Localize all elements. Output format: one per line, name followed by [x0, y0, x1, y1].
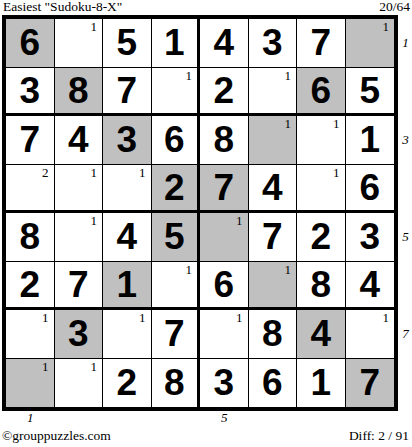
- cell-value: 8: [55, 68, 103, 114]
- puzzle-header: Easiest "Sudoku-8-X" 20/64: [3, 0, 410, 15]
- cell-value: 6: [249, 359, 297, 408]
- cell-r4c4[interactable]: 2: [152, 165, 201, 214]
- cell-r6c4[interactable]: 1: [152, 262, 201, 311]
- cell-r2c7[interactable]: 6: [297, 68, 346, 117]
- cell-value: 3: [249, 19, 297, 67]
- pencil-mark: 1: [91, 214, 98, 227]
- cell-value: 3: [55, 310, 103, 358]
- pencil-mark: 1: [383, 311, 390, 324]
- cell-r2c6[interactable]: 1: [249, 68, 298, 117]
- cell-value: 5: [346, 68, 395, 114]
- pencil-mark: 1: [285, 117, 292, 130]
- cell-r3c1[interactable]: 7: [6, 116, 55, 165]
- cell-value: 4: [200, 19, 248, 67]
- pencil-mark: 1: [91, 166, 98, 179]
- cell-r8c2[interactable]: 1: [55, 359, 104, 408]
- cell-r7c8[interactable]: 1: [346, 310, 395, 359]
- column-coordinate-markers: 15: [2, 411, 398, 426]
- cell-value: 7: [103, 68, 151, 114]
- cell-value: 2: [103, 359, 151, 408]
- cell-r7c1[interactable]: 1: [6, 310, 55, 359]
- pencil-mark: 1: [383, 20, 390, 33]
- cell-value: 8: [249, 310, 297, 358]
- cell-r4c5[interactable]: 7: [200, 165, 249, 214]
- cell-value: 1: [103, 262, 151, 308]
- cell-r8c4[interactable]: 8: [152, 359, 201, 408]
- cell-value: 7: [249, 213, 297, 261]
- pencil-mark: 1: [139, 166, 146, 179]
- cell-r5c4[interactable]: 5: [152, 213, 201, 262]
- cell-value: 4: [249, 165, 297, 211]
- cell-r4c3[interactable]: 1: [103, 165, 152, 214]
- cell-value: 4: [55, 116, 103, 164]
- pencil-mark: 1: [285, 263, 292, 276]
- cell-value: 3: [103, 116, 151, 164]
- cell-r1c3[interactable]: 5: [103, 19, 152, 68]
- cell-value: 2: [6, 262, 54, 308]
- row-marker-5: 5: [399, 213, 412, 262]
- pencil-mark: 1: [236, 214, 243, 227]
- difficulty-label: Diff: 2 / 91: [349, 428, 409, 443]
- cell-value: 7: [6, 116, 54, 164]
- cell-r8c1[interactable]: 1: [6, 359, 55, 408]
- cell-value: 8: [297, 262, 345, 308]
- cell-r3c8[interactable]: 1: [346, 116, 395, 165]
- pencil-mark: 1: [236, 311, 243, 324]
- cell-r6c5[interactable]: 6: [200, 262, 249, 311]
- puzzle-title: Easiest "Sudoku-8-X": [3, 0, 122, 14]
- cell-r3c4[interactable]: 6: [152, 116, 201, 165]
- row-marker-7: 7: [399, 310, 412, 359]
- cell-r8c8[interactable]: 7: [346, 359, 395, 408]
- cell-r7c5[interactable]: 1: [200, 310, 249, 359]
- cell-r3c5[interactable]: 8: [200, 116, 249, 165]
- cell-value: 7: [346, 359, 395, 408]
- cell-r6c2[interactable]: 7: [55, 262, 104, 311]
- cell-value: 7: [297, 19, 345, 67]
- pencil-mark: 1: [186, 263, 193, 276]
- cell-r1c4[interactable]: 1: [152, 19, 201, 68]
- cell-value: 2: [200, 68, 248, 114]
- cell-r7c7[interactable]: 4: [297, 310, 346, 359]
- cell-r3c7[interactable]: 1: [297, 116, 346, 165]
- cell-r1c8[interactable]: 1: [346, 19, 395, 68]
- pencil-mark: 1: [91, 20, 98, 33]
- pencil-mark: 1: [42, 311, 49, 324]
- cell-r1c1[interactable]: 6: [6, 19, 55, 68]
- cell-r2c3[interactable]: 7: [103, 68, 152, 117]
- cell-r8c5[interactable]: 3: [200, 359, 249, 408]
- cell-r4c1[interactable]: 2: [6, 165, 55, 214]
- cell-value: 2: [297, 213, 345, 261]
- cell-value: 4: [103, 213, 151, 261]
- cell-r8c7[interactable]: 1: [297, 359, 346, 408]
- cell-value: 5: [103, 19, 151, 67]
- cell-r8c3[interactable]: 2: [103, 359, 152, 408]
- cell-r2c1[interactable]: 3: [6, 68, 55, 117]
- cell-value: 1: [297, 359, 345, 408]
- pencil-mark: 1: [91, 360, 98, 373]
- cell-value: 8: [152, 359, 198, 408]
- cell-value: 6: [200, 262, 248, 308]
- cell-value: 7: [55, 262, 103, 308]
- cell-value: 3: [200, 359, 248, 408]
- cell-value: 8: [6, 213, 54, 261]
- cell-r4c8[interactable]: 6: [346, 165, 395, 214]
- cell-r5c3[interactable]: 4: [103, 213, 152, 262]
- sudoku-board: 6151437138712165743681112112741681451723…: [2, 15, 398, 411]
- column-marker-5: 5: [200, 411, 249, 426]
- cell-r2c5[interactable]: 2: [200, 68, 249, 117]
- cell-r5c5[interactable]: 1: [200, 213, 249, 262]
- cell-r5c6[interactable]: 7: [249, 213, 298, 262]
- cell-r7c3[interactable]: 1: [103, 310, 152, 359]
- pencil-mark: 1: [42, 360, 49, 373]
- puzzle-footer: ©grouppuzzles.com Diff: 2 / 91: [2, 428, 409, 445]
- cell-value: 7: [200, 165, 248, 211]
- cell-r7c2[interactable]: 3: [55, 310, 104, 359]
- column-marker-1: 1: [6, 411, 55, 426]
- site-credit: ©grouppuzzles.com: [2, 428, 111, 443]
- cell-r3c3[interactable]: 3: [103, 116, 152, 165]
- cell-r5c7[interactable]: 2: [297, 213, 346, 262]
- cell-r6c6[interactable]: 1: [249, 262, 298, 311]
- cell-value: 5: [152, 213, 198, 261]
- cell-r1c2[interactable]: 1: [55, 19, 104, 68]
- cell-r1c6[interactable]: 3: [249, 19, 298, 68]
- cell-r4c6[interactable]: 4: [249, 165, 298, 214]
- row-marker-1: 1: [399, 19, 412, 68]
- cell-r5c2[interactable]: 1: [55, 213, 104, 262]
- cell-r2c8[interactable]: 5: [346, 68, 395, 117]
- row-marker-3: 3: [399, 116, 412, 165]
- cell-r3c6[interactable]: 1: [249, 116, 298, 165]
- pencil-mark: 1: [285, 69, 292, 82]
- cell-value: 3: [346, 213, 395, 261]
- row-coordinate-markers: 1357: [399, 15, 412, 411]
- cell-value: 6: [6, 19, 54, 67]
- cell-r3c2[interactable]: 4: [55, 116, 104, 165]
- cell-value: 2: [152, 165, 198, 211]
- cell-value: 4: [297, 310, 345, 358]
- cell-r2c4[interactable]: 1: [152, 68, 201, 117]
- cell-r6c8[interactable]: 4: [346, 262, 395, 311]
- cell-value: 6: [346, 165, 395, 211]
- cell-r7c4[interactable]: 7: [152, 310, 201, 359]
- empty-cell-counter: 20/64: [379, 0, 410, 14]
- cell-r4c7[interactable]: 1: [297, 165, 346, 214]
- cell-r4c2[interactable]: 1: [55, 165, 104, 214]
- cell-r6c3[interactable]: 1: [103, 262, 152, 311]
- cell-value: 3: [6, 68, 54, 114]
- cell-value: 7: [152, 310, 198, 358]
- cell-r5c1[interactable]: 8: [6, 213, 55, 262]
- cell-r2c2[interactable]: 8: [55, 68, 104, 117]
- cell-r1c5[interactable]: 4: [200, 19, 249, 68]
- cell-r7c6[interactable]: 8: [249, 310, 298, 359]
- cell-r1c7[interactable]: 7: [297, 19, 346, 68]
- cell-r6c7[interactable]: 8: [297, 262, 346, 311]
- cell-value: 1: [346, 116, 395, 164]
- cell-r8c6[interactable]: 6: [249, 359, 298, 408]
- pencil-mark: 1: [186, 69, 193, 82]
- cell-r6c1[interactable]: 2: [6, 262, 55, 311]
- pencil-mark: 1: [139, 311, 146, 324]
- pencil-mark: 1: [333, 117, 340, 130]
- cell-value: 1: [152, 19, 198, 67]
- cell-value: 4: [346, 262, 395, 308]
- cell-value: 6: [152, 116, 198, 164]
- cell-value: 6: [297, 68, 345, 114]
- cell-value: 8: [200, 116, 248, 164]
- pencil-mark: 2: [42, 166, 49, 179]
- cell-r5c8[interactable]: 3: [346, 213, 395, 262]
- pencil-mark: 1: [333, 166, 340, 179]
